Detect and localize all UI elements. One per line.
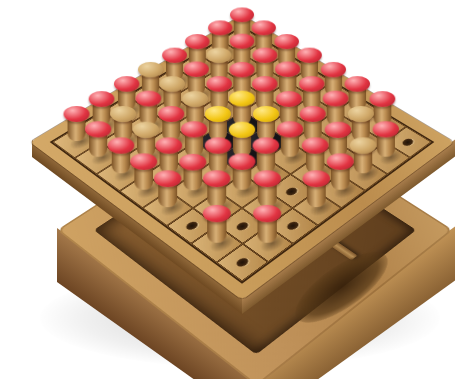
peg-red[interactable] <box>301 170 333 208</box>
peg-top <box>327 154 354 171</box>
peg-top <box>229 154 256 171</box>
peg-top <box>253 137 280 153</box>
peg-top <box>275 62 300 77</box>
peg-top <box>299 76 324 92</box>
peg-top <box>323 91 349 107</box>
peg-top <box>136 91 162 107</box>
peg-top <box>181 121 207 137</box>
peg-top <box>303 170 330 187</box>
empty-hole <box>285 220 301 231</box>
peg-top <box>130 154 157 171</box>
peg-top <box>154 170 181 187</box>
peg-top <box>302 137 329 153</box>
peg-top <box>203 170 230 187</box>
peg-top <box>184 62 209 77</box>
peg-top <box>229 121 255 137</box>
empty-hole <box>401 137 416 147</box>
peg-red[interactable] <box>251 205 283 244</box>
board-scene <box>0 0 474 379</box>
peg-top <box>350 137 377 153</box>
peg-top <box>179 154 206 171</box>
peg-top <box>205 106 231 122</box>
product-photo-stage: Wooden Othello / Reversi peg board game … <box>0 0 474 379</box>
peg-top <box>89 91 115 107</box>
peg-top <box>347 106 373 122</box>
board-grid <box>50 26 435 284</box>
peg-top <box>345 76 370 92</box>
empty-hole <box>234 257 250 269</box>
peg-top <box>276 91 302 107</box>
peg-top <box>370 91 396 107</box>
peg-top <box>373 121 399 137</box>
peg-red[interactable] <box>200 205 232 244</box>
peg-top <box>277 121 303 137</box>
peg-top <box>158 106 184 122</box>
peg-red[interactable] <box>251 170 283 208</box>
peg-top <box>156 137 183 153</box>
peg-top <box>300 106 326 122</box>
peg-top <box>252 76 277 92</box>
peg-top <box>107 137 134 153</box>
peg-top <box>206 76 231 92</box>
peg-top <box>133 121 159 137</box>
peg-top <box>204 137 231 153</box>
peg-top <box>321 62 346 77</box>
peg-top <box>111 106 137 122</box>
peg-top <box>85 121 111 137</box>
empty-hole <box>234 220 250 231</box>
peg-top <box>182 91 208 107</box>
peg-top <box>325 121 351 137</box>
peg-red[interactable] <box>152 170 184 208</box>
peg-top <box>229 62 254 77</box>
peg-top <box>114 76 139 92</box>
peg-top <box>254 205 282 222</box>
empty-hole <box>284 186 299 197</box>
game-board <box>30 15 454 300</box>
peg-top <box>202 205 230 222</box>
peg-top <box>160 76 185 92</box>
peg-red[interactable] <box>201 170 233 208</box>
empty-hole <box>184 220 200 231</box>
peg-top <box>253 106 279 122</box>
peg-top <box>63 106 89 122</box>
peg-top <box>229 91 255 107</box>
peg-top <box>138 62 163 77</box>
peg-top <box>253 170 280 187</box>
